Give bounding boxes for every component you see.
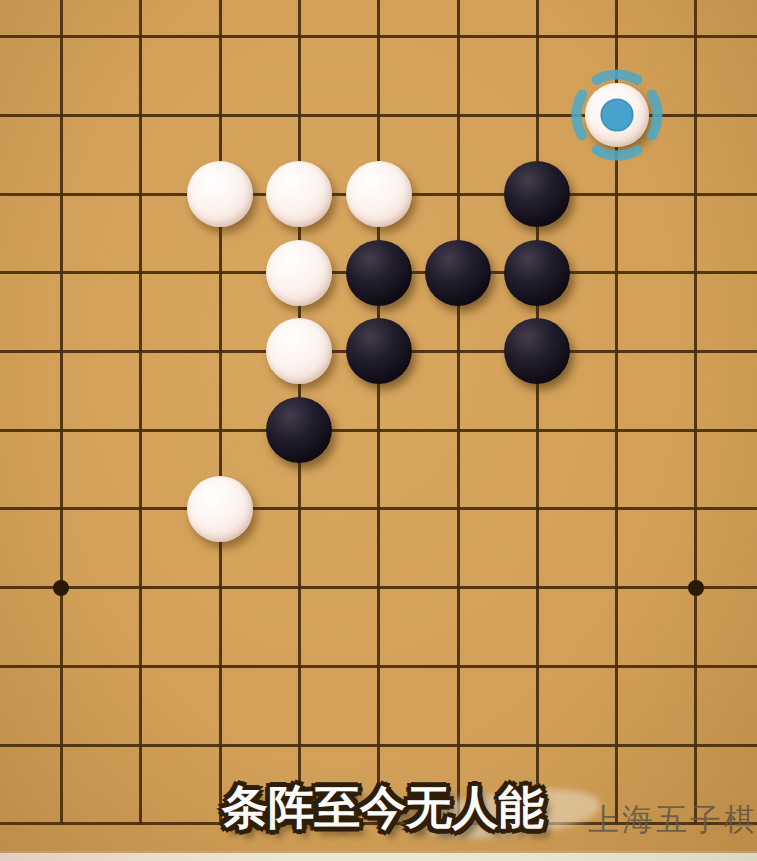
stone-black bbox=[504, 240, 570, 306]
video-frame: 条阵至今无人能 上海五子棋 bbox=[0, 0, 757, 861]
stone-white-last-move bbox=[585, 83, 649, 147]
gomoku-board bbox=[22, 0, 736, 861]
stone-white bbox=[187, 161, 253, 227]
stone-black bbox=[266, 397, 332, 463]
stone-black bbox=[504, 161, 570, 227]
stone-black bbox=[504, 318, 570, 384]
bottom-strip bbox=[0, 851, 757, 861]
stone-white bbox=[266, 240, 332, 306]
stone-black bbox=[346, 318, 412, 384]
last-move-marker-icon bbox=[571, 69, 663, 161]
watermark-text: 上海五子棋 bbox=[588, 799, 757, 841]
caption-text: 条阵至今无人能 bbox=[150, 779, 616, 835]
star-point bbox=[53, 580, 69, 596]
stone-white bbox=[266, 161, 332, 227]
stone-white bbox=[346, 161, 412, 227]
stone-black bbox=[425, 240, 491, 306]
stone-white bbox=[187, 476, 253, 542]
star-point bbox=[688, 580, 704, 596]
stone-black bbox=[346, 240, 412, 306]
stone-white bbox=[266, 318, 332, 384]
